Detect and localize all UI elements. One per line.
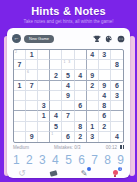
action-bar: ↺ ✎ 1 [17,169,120,178]
erase-button[interactable] [48,169,58,178]
cell-r6c3[interactable]: 3 [38,101,50,111]
timer-value: 00:12 [106,145,117,150]
hint-badge: 1 [118,167,122,171]
cell-r7c1[interactable] [14,111,26,121]
cell-r7c3[interactable]: 1 [38,111,50,121]
cell-r4c6[interactable] [75,81,87,91]
cell-r5c2[interactable] [26,91,38,101]
cell-r9c1[interactable] [14,132,26,142]
pencil-notes: 2 [15,50,18,54]
number-pad: 123456789 [13,152,124,168]
more-options-icon[interactable] [116,34,125,43]
cell-r5c3[interactable] [38,91,50,101]
cell-r3c7[interactable]: 9 [87,70,99,80]
cell-r9c8[interactable] [99,132,111,142]
cell-r8c8[interactable]: 2 [99,122,111,132]
cell-r3c8[interactable] [99,70,111,80]
cell-r4c4[interactable] [50,81,62,91]
cell-r1c9[interactable] [111,50,123,60]
numpad-digit-3[interactable]: 3 [39,153,46,167]
cell-r2c8[interactable] [99,60,111,70]
undo-icon: ↺ [18,169,26,178]
cell-r4c5[interactable]: 4 [62,81,74,91]
back-button[interactable]: ← [12,34,21,43]
cell-r5c9[interactable]: 3 [111,91,123,101]
cell-r4c7[interactable]: 2 [87,81,99,91]
cell-r6c2[interactable] [26,101,38,111]
cell-r1c4[interactable] [50,50,62,60]
cell-r4c1[interactable]: 1 [14,81,26,91]
notes-badge [87,167,91,171]
cell-r4c2[interactable]: 7 [26,81,38,91]
cell-r1c3[interactable] [38,50,50,60]
trophy-icon[interactable] [92,34,101,43]
numpad-digit-1[interactable]: 1 [13,153,20,167]
game-card: ← New Game [7,28,130,178]
cell-r8c3[interactable] [38,122,50,132]
cell-r1c6[interactable] [75,50,87,60]
palette-icon[interactable] [104,34,113,43]
cell-r3c6[interactable]: 4 [75,70,87,80]
cell-r9c3[interactable] [38,132,50,142]
undo-button[interactable]: ↺ [17,169,27,178]
cell-r3c1[interactable] [14,70,26,80]
pencil-icon: ✎ [81,169,88,178]
cell-r9c4[interactable]: 1 [50,132,62,142]
pencil-notes: 1 [51,132,54,136]
pencil-notes: 1 3 [63,60,71,64]
cell-r1c2[interactable]: 1 [26,50,38,60]
lightbulb-icon [112,170,118,178]
cell-r8c1[interactable] [14,122,26,132]
cell-r3c2[interactable]: 6 [26,70,38,80]
cell-r3c9[interactable] [111,70,123,80]
cell-r3c5[interactable]: 5 [62,70,74,80]
new-game-button[interactable]: New Game [24,35,54,43]
pause-icon[interactable] [119,145,124,149]
cell-r8c7[interactable]: 1 [87,122,99,132]
page-subtitle: Take notes and get hints, all within the… [0,19,137,24]
cell-r6c7[interactable] [87,101,99,111]
cell-r6c4[interactable] [50,101,62,111]
numpad-digit-6[interactable]: 6 [78,153,85,167]
cell-r8c9[interactable] [111,122,123,132]
hint-button[interactable]: 1 [110,169,120,178]
cell-r6c5[interactable] [62,101,74,111]
numpad-digit-7[interactable]: 7 [91,153,98,167]
promo-screen: Hints & Notes Take notes and get hints, … [0,0,137,182]
cell-r2c5[interactable]: 1 3 [62,60,74,70]
back-arrow-icon: ← [14,35,20,41]
mistakes-counter: Mistakes: 0/3 [29,145,106,150]
cell-r7c5[interactable]: 7 [62,111,74,121]
cell-r6c8[interactable]: 8 [99,101,111,111]
numpad-digit-8[interactable]: 8 [104,153,111,167]
cell-r1c8[interactable]: 3 [99,50,111,60]
cell-r7c9[interactable] [111,111,123,121]
cell-r1c7[interactable]: 4 [87,50,99,60]
cell-r3c3[interactable] [38,70,50,80]
cell-r2c3[interactable] [38,60,50,70]
cell-r4c8[interactable]: 9 [99,81,111,91]
cell-r7c8[interactable]: 6 [99,111,111,121]
cell-r9c2[interactable]: 9 [26,132,38,142]
cell-r7c7[interactable] [87,111,99,121]
cell-r2c4[interactable] [50,60,62,70]
cell-r3c4[interactable]: 2 [50,70,62,80]
cell-r8c2[interactable] [26,122,38,132]
cell-r2c1[interactable]: 7 [14,60,26,70]
cell-r1c5[interactable] [62,50,74,60]
cell-r9c6[interactable]: 2 [75,132,87,142]
numpad-digit-4[interactable]: 4 [52,153,59,167]
cell-r8c5[interactable] [62,122,74,132]
eraser-icon [49,170,57,176]
timer: 00:12 [106,145,124,150]
cell-r4c3[interactable] [38,81,50,91]
notes-button[interactable]: ✎ [79,169,89,178]
cell-r5c4[interactable] [50,91,62,101]
cell-r7c4[interactable]: 4 [50,111,62,121]
cell-r5c8[interactable]: 4 [99,91,111,101]
cell-r4c9[interactable]: 6 [111,81,123,91]
cell-r9c9[interactable]: 4 [111,132,123,142]
cell-r9c5[interactable]: 6 [62,132,74,142]
status-bar: Medium Mistakes: 0/3 00:12 [13,144,124,150]
cell-r2c9[interactable]: 8 [111,60,123,70]
numpad-digit-9[interactable]: 9 [117,153,124,167]
cell-r2c7[interactable] [87,60,99,70]
cell-r6c6[interactable]: 6 [75,101,87,111]
cell-r6c9[interactable] [111,101,123,111]
cell-r5c5[interactable]: 9 [62,91,74,101]
cell-r5c6[interactable] [75,91,87,101]
cell-r8c6[interactable]: 8 [75,122,87,132]
difficulty-label[interactable]: Medium [13,145,29,150]
cell-r2c6[interactable] [75,60,87,70]
numpad-digit-5[interactable]: 5 [65,153,72,167]
game-toolbar: ← New Game [12,33,125,44]
cell-r8c4[interactable]: 5 [50,122,62,132]
cell-r2c2[interactable] [26,60,38,70]
cell-r7c2[interactable] [26,111,38,121]
cell-r9c7[interactable]: 3 [87,132,99,142]
sudoku-board: 214371 386254917429694336814765812916234 [13,49,124,143]
cell-r5c7[interactable] [87,91,99,101]
pencil-notes: 6 [27,70,30,74]
cell-r6c1[interactable] [14,101,26,111]
numpad-digit-2[interactable]: 2 [26,153,33,167]
cell-r7c6[interactable] [75,111,87,121]
cell-r1c1[interactable]: 2 [14,50,26,60]
page-title: Hints & Notes [0,5,137,17]
cell-r5c1[interactable] [14,91,26,101]
